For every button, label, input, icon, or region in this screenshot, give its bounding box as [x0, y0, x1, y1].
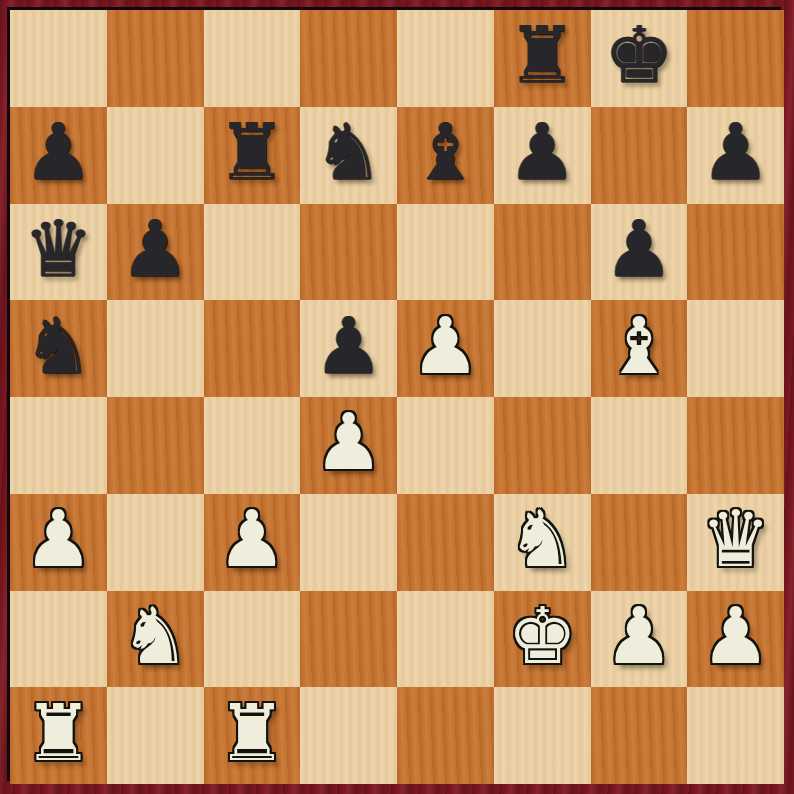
white-rook-a1: ♜ — [23, 694, 93, 772]
square-d4[interactable]: ♟ — [300, 397, 397, 494]
square-e6[interactable] — [397, 204, 494, 301]
square-d3[interactable] — [300, 494, 397, 591]
square-b7[interactable] — [107, 107, 204, 204]
square-g7[interactable] — [591, 107, 688, 204]
square-f6[interactable] — [494, 204, 591, 301]
black-king-g8: ♚ — [604, 16, 674, 94]
square-c7[interactable]: ♜ — [204, 107, 301, 204]
black-rook-c7: ♜ — [217, 113, 287, 191]
white-queen-h3: ♛ — [701, 500, 771, 578]
square-e4[interactable] — [397, 397, 494, 494]
square-h1[interactable] — [687, 687, 784, 784]
square-f4[interactable] — [494, 397, 591, 494]
square-g3[interactable] — [591, 494, 688, 591]
square-e7[interactable]: ♝ — [397, 107, 494, 204]
black-pawn-a7: ♟ — [23, 113, 93, 191]
square-a1[interactable]: ♜ — [10, 687, 107, 784]
square-a3[interactable]: ♟ — [10, 494, 107, 591]
white-bishop-g5: ♝ — [604, 307, 674, 385]
square-a4[interactable] — [10, 397, 107, 494]
square-h8[interactable] — [687, 10, 784, 107]
white-rook-c1: ♜ — [217, 694, 287, 772]
black-pawn-b6: ♟ — [120, 210, 190, 288]
square-a6[interactable]: ♛ — [10, 204, 107, 301]
square-d8[interactable] — [300, 10, 397, 107]
chess-board: ♜♚♟♜♞♝♟♟♛♟♟♞♟♟♝♟♟♟♞♛♞♚♟♟♜♜ — [10, 10, 784, 784]
square-b6[interactable]: ♟ — [107, 204, 204, 301]
square-a5[interactable]: ♞ — [10, 300, 107, 397]
black-rook-f8: ♜ — [507, 16, 577, 94]
white-pawn-g2: ♟ — [604, 597, 674, 675]
square-c2[interactable] — [204, 591, 301, 688]
square-h6[interactable] — [687, 204, 784, 301]
square-b3[interactable] — [107, 494, 204, 591]
square-h3[interactable]: ♛ — [687, 494, 784, 591]
square-h4[interactable] — [687, 397, 784, 494]
square-h7[interactable]: ♟ — [687, 107, 784, 204]
square-g1[interactable] — [591, 687, 688, 784]
square-d2[interactable] — [300, 591, 397, 688]
square-c8[interactable] — [204, 10, 301, 107]
square-d5[interactable]: ♟ — [300, 300, 397, 397]
black-pawn-f7: ♟ — [507, 113, 577, 191]
square-g2[interactable]: ♟ — [591, 591, 688, 688]
black-knight-a5: ♞ — [23, 307, 93, 385]
square-f8[interactable]: ♜ — [494, 10, 591, 107]
square-c4[interactable] — [204, 397, 301, 494]
black-queen-a6: ♛ — [23, 210, 93, 288]
black-pawn-h7: ♟ — [701, 113, 771, 191]
square-d7[interactable]: ♞ — [300, 107, 397, 204]
white-pawn-e5: ♟ — [410, 307, 480, 385]
white-knight-f3: ♞ — [507, 500, 577, 578]
white-king-f2: ♚ — [507, 597, 577, 675]
square-b8[interactable] — [107, 10, 204, 107]
square-h2[interactable]: ♟ — [687, 591, 784, 688]
square-a8[interactable] — [10, 10, 107, 107]
square-b5[interactable] — [107, 300, 204, 397]
square-c6[interactable] — [204, 204, 301, 301]
square-g4[interactable] — [591, 397, 688, 494]
black-knight-d7: ♞ — [314, 113, 384, 191]
square-a2[interactable] — [10, 591, 107, 688]
square-f7[interactable]: ♟ — [494, 107, 591, 204]
square-d6[interactable] — [300, 204, 397, 301]
white-pawn-h2: ♟ — [701, 597, 771, 675]
square-e3[interactable] — [397, 494, 494, 591]
square-e5[interactable]: ♟ — [397, 300, 494, 397]
square-d1[interactable] — [300, 687, 397, 784]
square-c1[interactable]: ♜ — [204, 687, 301, 784]
black-pawn-g6: ♟ — [604, 210, 674, 288]
square-g6[interactable]: ♟ — [591, 204, 688, 301]
black-pawn-d5: ♟ — [314, 307, 384, 385]
square-f2[interactable]: ♚ — [494, 591, 591, 688]
square-e1[interactable] — [397, 687, 494, 784]
square-c5[interactable] — [204, 300, 301, 397]
square-f5[interactable] — [494, 300, 591, 397]
square-g8[interactable]: ♚ — [591, 10, 688, 107]
white-pawn-a3: ♟ — [23, 500, 93, 578]
square-b4[interactable] — [107, 397, 204, 494]
square-h5[interactable] — [687, 300, 784, 397]
board-frame: ♜♚♟♜♞♝♟♟♛♟♟♞♟♟♝♟♟♟♞♛♞♚♟♟♜♜ — [0, 0, 794, 794]
square-e8[interactable] — [397, 10, 494, 107]
square-f1[interactable] — [494, 687, 591, 784]
square-b2[interactable]: ♞ — [107, 591, 204, 688]
white-knight-b2: ♞ — [120, 597, 190, 675]
square-e2[interactable] — [397, 591, 494, 688]
square-g5[interactable]: ♝ — [591, 300, 688, 397]
square-b1[interactable] — [107, 687, 204, 784]
white-pawn-c3: ♟ — [217, 500, 287, 578]
square-f3[interactable]: ♞ — [494, 494, 591, 591]
square-a7[interactable]: ♟ — [10, 107, 107, 204]
black-bishop-e7: ♝ — [410, 113, 480, 191]
white-pawn-d4: ♟ — [314, 403, 384, 481]
square-c3[interactable]: ♟ — [204, 494, 301, 591]
